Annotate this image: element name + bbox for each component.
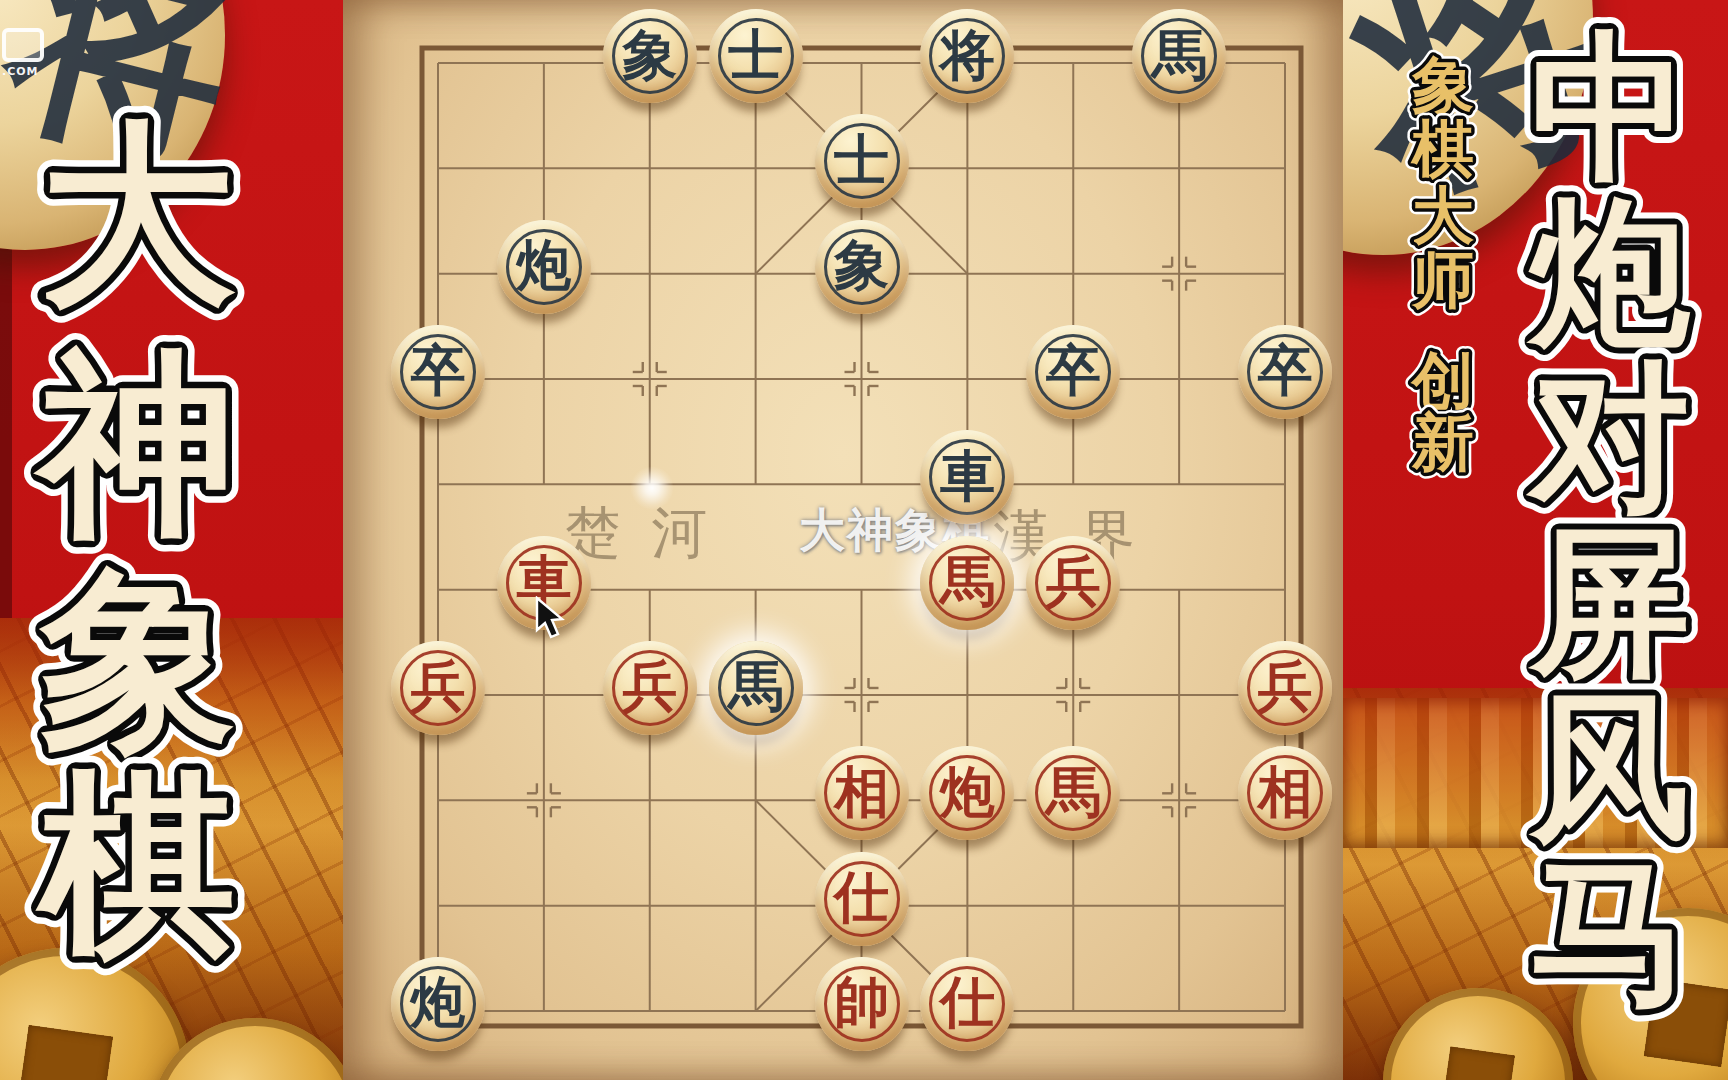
piece-black-horse[interactable]: 馬: [1132, 9, 1226, 103]
piece-glyph: 卒: [1046, 342, 1101, 397]
piece-glyph: 兵: [1046, 553, 1101, 608]
piece-red-elephant[interactable]: 相: [815, 746, 909, 840]
mouse-cursor-icon: [533, 596, 573, 642]
piece-glyph: 兵: [1258, 658, 1313, 713]
xiangqi-board[interactable]: 楚河 漢界 大神象棋 象士将馬士炮象卒卒卒車馬炮車馬兵兵兵兵相炮馬相仕帥仕: [343, 0, 1343, 1080]
piece-glyph: 象: [834, 237, 889, 292]
left-banner: 将 .COM 大大神神象象棋棋: [0, 0, 343, 1080]
piece-red-horse[interactable]: 馬: [920, 536, 1014, 630]
svg-text:师: 师: [1411, 243, 1474, 316]
piece-black-general[interactable]: 将: [920, 9, 1014, 103]
piece-glyph: 士: [728, 27, 783, 82]
piece-red-elephant[interactable]: 相: [1238, 746, 1332, 840]
piece-black-chariot[interactable]: 車: [920, 430, 1014, 524]
piece-glyph: 士: [834, 132, 889, 187]
piece-red-advisor[interactable]: 仕: [920, 957, 1014, 1051]
piece-black-pawn[interactable]: 卒: [1026, 325, 1120, 419]
piece-red-pawn[interactable]: 兵: [1238, 641, 1332, 735]
piece-glyph: 車: [940, 448, 995, 503]
piece-glyph: 相: [1258, 764, 1313, 819]
piece-glyph: 象: [622, 27, 677, 82]
piece-glyph: 兵: [622, 658, 677, 713]
piece-glyph: 相: [834, 764, 889, 819]
svg-text:大: 大: [1412, 179, 1474, 252]
svg-text:屏: 屏: [1527, 508, 1690, 696]
svg-text:中: 中: [1530, 13, 1690, 201]
svg-text:大: 大: [40, 99, 236, 329]
piece-glyph: 仕: [834, 869, 889, 924]
piece-black-pawn[interactable]: 卒: [1238, 325, 1332, 419]
piece-black-cannon[interactable]: 炮: [391, 957, 485, 1051]
piece-glyph: 仕: [940, 974, 995, 1029]
svg-text:棋: 棋: [1410, 112, 1474, 185]
xiangqi-video-frame: 将 .COM 大大神神象象棋棋 楚河 漢界 大神象棋 象士将馬士炮象卒卒卒車馬炮…: [0, 0, 1728, 1080]
svg-text:对: 对: [1525, 343, 1690, 531]
piece-glyph: 帥: [834, 974, 889, 1029]
piece-black-elephant[interactable]: 象: [603, 9, 697, 103]
piece-glyph: 将: [940, 27, 995, 82]
svg-text:马: 马: [1530, 838, 1690, 1026]
piece-red-pawn[interactable]: 兵: [1026, 536, 1120, 630]
piece-black-advisor[interactable]: 士: [815, 114, 909, 208]
left-title-vertical-text: 大大神神象象棋棋: [0, 0, 343, 1080]
svg-text:风: 风: [1528, 673, 1690, 861]
piece-red-horse[interactable]: 馬: [1026, 746, 1120, 840]
piece-black-cannon[interactable]: 炮: [497, 220, 591, 314]
svg-text:新: 新: [1411, 406, 1474, 479]
piece-black-horse[interactable]: 馬: [709, 641, 803, 735]
right-banner: 将 中中炮炮对对屏屏风风马马象象棋棋大大师师创创新新: [1343, 0, 1728, 1080]
piece-black-pawn[interactable]: 卒: [391, 325, 485, 419]
piece-red-general[interactable]: 帥: [815, 957, 909, 1051]
piece-red-pawn[interactable]: 兵: [391, 641, 485, 735]
piece-glyph: 炮: [940, 764, 995, 819]
piece-glyph: 馬: [1152, 27, 1207, 82]
move-highlight-sparkle: [630, 466, 674, 510]
svg-text:神: 神: [33, 328, 236, 558]
piece-red-cannon[interactable]: 炮: [920, 746, 1014, 840]
svg-text:棋: 棋: [35, 748, 236, 978]
piece-glyph: 卒: [411, 342, 466, 397]
piece-glyph: 馬: [728, 658, 783, 713]
piece-glyph: 兵: [411, 658, 466, 713]
piece-glyph: 卒: [1258, 342, 1313, 397]
piece-glyph: 炮: [411, 974, 466, 1029]
piece-glyph: 馬: [940, 553, 995, 608]
right-title-vertical-text: 中中炮炮对对屏屏风风马马象象棋棋大大师师创创新新: [1343, 0, 1728, 1080]
piece-red-advisor[interactable]: 仕: [815, 852, 909, 946]
piece-glyph: 馬: [1046, 764, 1101, 819]
piece-black-advisor[interactable]: 士: [709, 9, 803, 103]
svg-text:象: 象: [38, 544, 236, 774]
svg-text:炮: 炮: [1526, 178, 1691, 366]
piece-red-pawn[interactable]: 兵: [603, 641, 697, 735]
piece-glyph: 炮: [516, 237, 571, 292]
piece-black-elephant[interactable]: 象: [815, 220, 909, 314]
